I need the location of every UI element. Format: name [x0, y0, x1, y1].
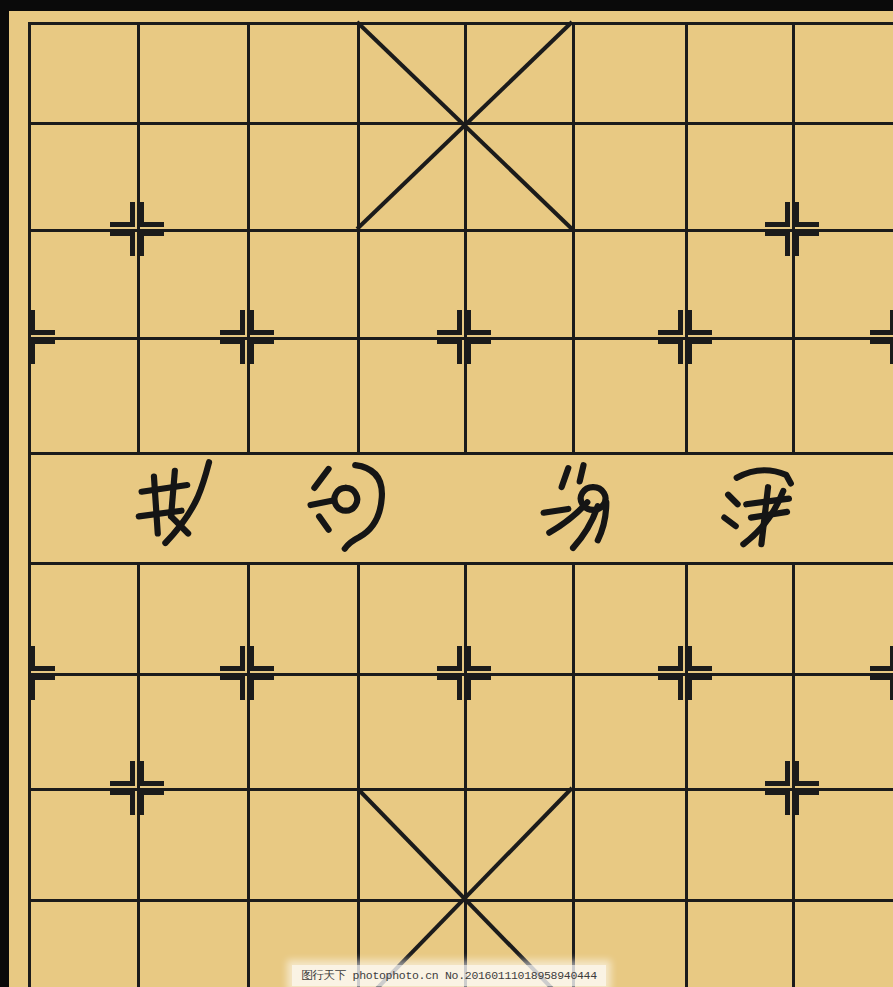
river-character-chu: 楚 [134, 455, 229, 555]
board-cell[interactable] [572, 788, 685, 899]
board-cell[interactable] [464, 788, 572, 899]
board-outer-border-top [0, 0, 893, 11]
board-cell[interactable] [28, 562, 137, 673]
board-cell[interactable] [572, 562, 685, 673]
board-cell[interactable] [137, 122, 247, 229]
board-cell[interactable] [357, 788, 464, 899]
board-cell[interactable] [137, 673, 247, 788]
board-cell[interactable] [357, 22, 464, 122]
board-cell[interactable] [792, 337, 893, 452]
board-cell[interactable] [464, 673, 572, 788]
board-cell[interactable] [572, 673, 685, 788]
board-cell[interactable] [28, 788, 137, 899]
river-character-jie-art [536, 458, 631, 558]
board-cell[interactable] [247, 562, 357, 673]
board-cell[interactable] [247, 673, 357, 788]
board-cell[interactable] [357, 229, 464, 337]
board-cell[interactable] [247, 337, 357, 452]
river-character-han: 漢 [712, 460, 807, 560]
board-cell[interactable] [357, 337, 464, 452]
xiangqi-board[interactable]: 楚 河 界 漢 [0, 0, 893, 987]
board-cell[interactable] [792, 788, 893, 899]
river-character-he: 河 [302, 455, 397, 555]
board-cell[interactable] [464, 562, 572, 673]
board-cell[interactable] [685, 562, 792, 673]
board-cell[interactable] [464, 22, 572, 122]
board-cell[interactable] [792, 562, 893, 673]
board-cell[interactable] [28, 229, 137, 337]
board-cell[interactable] [137, 899, 247, 987]
board-cell[interactable] [247, 122, 357, 229]
board-cell[interactable] [685, 673, 792, 788]
river-character-he-art [302, 455, 397, 555]
river-character-han-art [712, 460, 807, 560]
board-cell[interactable] [685, 122, 792, 229]
board-cell[interactable] [137, 788, 247, 899]
board-cell[interactable] [357, 562, 464, 673]
board-cell[interactable] [28, 22, 137, 122]
board-cell[interactable] [28, 899, 137, 987]
board-cell[interactable] [685, 899, 792, 987]
watermark: 图行天下 photophoto.cn No.201601110189589404… [292, 965, 606, 986]
board-cell[interactable] [28, 337, 137, 452]
board-cell[interactable] [792, 229, 893, 337]
river-character-chu-art [134, 455, 229, 555]
board-cell[interactable] [137, 229, 247, 337]
board-cell[interactable] [792, 122, 893, 229]
board-cell[interactable] [685, 788, 792, 899]
board-cell[interactable] [247, 229, 357, 337]
board-cell[interactable] [685, 337, 792, 452]
board-cell[interactable] [357, 122, 464, 229]
board-cell[interactable] [28, 122, 137, 229]
board-cell[interactable] [247, 788, 357, 899]
board-cell[interactable] [685, 229, 792, 337]
board-cell[interactable] [572, 337, 685, 452]
board-cell[interactable] [464, 122, 572, 229]
board-cell[interactable] [464, 337, 572, 452]
board-outer-border-left [0, 0, 9, 987]
watermark-text: 图行天下 photophoto.cn No.201601110189589404… [301, 968, 597, 983]
board-cell[interactable] [28, 673, 137, 788]
board-cell[interactable] [572, 22, 685, 122]
board-cell[interactable] [792, 673, 893, 788]
board-cell[interactable] [685, 22, 792, 122]
board-cell[interactable] [247, 22, 357, 122]
board-cell[interactable] [792, 899, 893, 987]
board-cell[interactable] [137, 337, 247, 452]
board-cell[interactable] [357, 673, 464, 788]
river-character-jie: 界 [536, 458, 631, 558]
board-cell[interactable] [572, 122, 685, 229]
board-cell[interactable] [137, 562, 247, 673]
board-cell[interactable] [137, 22, 247, 122]
board-cell[interactable] [572, 229, 685, 337]
board-cell[interactable] [792, 22, 893, 122]
board-cell[interactable] [464, 229, 572, 337]
